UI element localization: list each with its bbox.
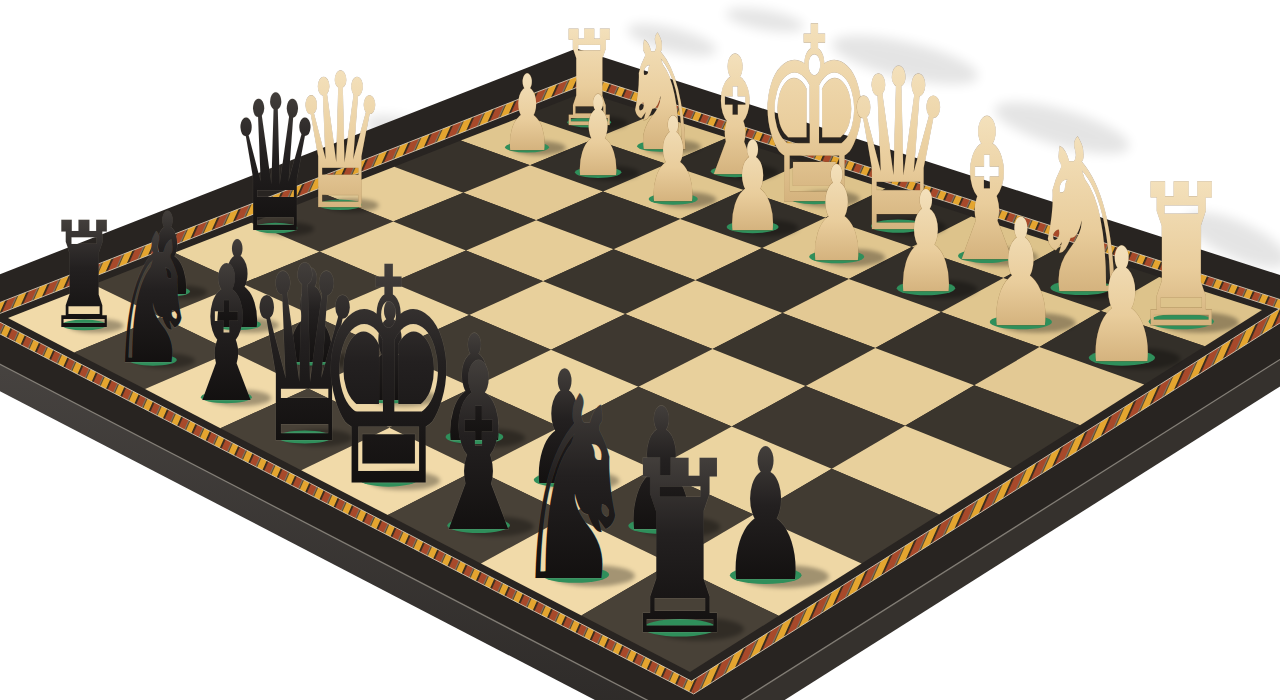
white-pawn-icon: ♟ xyxy=(722,114,783,259)
chess-set-photo: ♜♞♟♝♟♚♟♛♛♟♛♝♟♞♟♟♜♟♟♜♟♟♞♟♝♛♟♚♟♝♟♞♟♜ xyxy=(0,0,1280,700)
black-knight-icon: ♞ xyxy=(513,343,638,638)
black-knight[interactable]: ♞ xyxy=(513,343,638,638)
chessboard-scene: ♜♞♟♝♟♚♟♛♛♟♛♝♟♞♟♟♜♟♟♜♟♟♞♟♝♛♟♚♟♝♟♞♟♜ xyxy=(0,0,1280,700)
white-pawn-icon: ♟ xyxy=(984,187,1057,359)
black-rook-icon: ♜ xyxy=(621,410,739,688)
white-pawn-icon: ♟ xyxy=(804,137,869,291)
white-pawn-icon: ♟ xyxy=(571,72,626,201)
white-pawn-icon: ♟ xyxy=(501,52,553,175)
white-pawn-icon: ♟ xyxy=(892,161,961,325)
white-pawn-icon: ♟ xyxy=(1083,214,1161,399)
white-pawn-icon: ♟ xyxy=(644,92,702,228)
black-rook[interactable]: ♜ xyxy=(621,410,744,688)
